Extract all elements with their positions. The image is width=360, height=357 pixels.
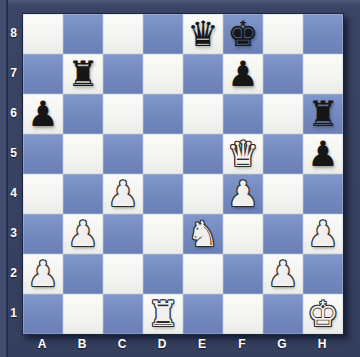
chess-app-window: 87654321 ♛♚♜♟♟♜♛♟♟♟♟♞♟♟♟♜♚ ABCDEFGH (0, 0, 360, 357)
square-b4[interactable] (63, 174, 103, 214)
file-label-d: D (142, 336, 182, 352)
square-e6[interactable] (183, 94, 223, 134)
square-h8[interactable] (303, 14, 343, 54)
square-b6[interactable] (63, 94, 103, 134)
square-a8[interactable] (23, 14, 63, 54)
file-label-e: E (182, 336, 222, 352)
rank-label-7: 7 (5, 53, 22, 93)
square-d3[interactable] (143, 214, 183, 254)
square-f7[interactable]: ♟ (223, 54, 263, 94)
square-c7[interactable] (103, 54, 143, 94)
square-g3[interactable] (263, 214, 303, 254)
square-d6[interactable] (143, 94, 183, 134)
square-h1[interactable]: ♚ (303, 294, 343, 334)
square-b8[interactable] (63, 14, 103, 54)
square-b1[interactable] (63, 294, 103, 334)
square-d5[interactable] (143, 134, 183, 174)
square-e2[interactable] (183, 254, 223, 294)
piece-black-pawn[interactable]: ♟ (27, 94, 58, 134)
square-d2[interactable] (143, 254, 183, 294)
square-f4[interactable]: ♟ (223, 174, 263, 214)
file-labels: ABCDEFGH (22, 336, 342, 352)
rank-label-3: 3 (5, 213, 22, 253)
square-g1[interactable] (263, 294, 303, 334)
chess-board: ♛♚♜♟♟♜♛♟♟♟♟♞♟♟♟♜♚ (22, 13, 344, 335)
piece-black-rook[interactable]: ♜ (67, 54, 98, 94)
square-h6[interactable]: ♜ (303, 94, 343, 134)
file-label-h: H (302, 336, 342, 352)
piece-white-knight[interactable]: ♞ (187, 214, 218, 254)
square-a2[interactable]: ♟ (23, 254, 63, 294)
rank-label-5: 5 (5, 133, 22, 173)
square-g8[interactable] (263, 14, 303, 54)
rank-labels: 87654321 (5, 13, 22, 333)
square-c6[interactable] (103, 94, 143, 134)
square-h7[interactable] (303, 54, 343, 94)
square-a3[interactable] (23, 214, 63, 254)
piece-black-king[interactable]: ♚ (227, 14, 258, 54)
square-e3[interactable]: ♞ (183, 214, 223, 254)
file-label-a: A (22, 336, 62, 352)
square-a5[interactable] (23, 134, 63, 174)
piece-white-pawn[interactable]: ♟ (267, 254, 298, 294)
square-c3[interactable] (103, 214, 143, 254)
piece-white-queen[interactable]: ♛ (227, 134, 258, 174)
square-g4[interactable] (263, 174, 303, 214)
square-f1[interactable] (223, 294, 263, 334)
piece-black-queen[interactable]: ♛ (187, 14, 218, 54)
square-c2[interactable] (103, 254, 143, 294)
square-d7[interactable] (143, 54, 183, 94)
file-label-f: F (222, 336, 262, 352)
piece-white-rook[interactable]: ♜ (147, 294, 178, 334)
rank-label-8: 8 (5, 13, 22, 53)
square-f8[interactable]: ♚ (223, 14, 263, 54)
square-h4[interactable] (303, 174, 343, 214)
square-h2[interactable] (303, 254, 343, 294)
square-a4[interactable] (23, 174, 63, 214)
square-e8[interactable]: ♛ (183, 14, 223, 54)
square-a6[interactable]: ♟ (23, 94, 63, 134)
square-e4[interactable] (183, 174, 223, 214)
piece-black-pawn[interactable]: ♟ (307, 134, 338, 174)
square-f2[interactable] (223, 254, 263, 294)
square-g5[interactable] (263, 134, 303, 174)
square-c1[interactable] (103, 294, 143, 334)
piece-white-king[interactable]: ♚ (307, 294, 338, 334)
rank-label-1: 1 (5, 293, 22, 333)
rank-label-2: 2 (5, 253, 22, 293)
file-label-c: C (102, 336, 142, 352)
piece-white-pawn[interactable]: ♟ (67, 214, 98, 254)
square-c5[interactable] (103, 134, 143, 174)
square-c4[interactable]: ♟ (103, 174, 143, 214)
square-g6[interactable] (263, 94, 303, 134)
square-a7[interactable] (23, 54, 63, 94)
rank-label-6: 6 (5, 93, 22, 133)
square-c8[interactable] (103, 14, 143, 54)
square-e5[interactable] (183, 134, 223, 174)
square-d8[interactable] (143, 14, 183, 54)
piece-black-pawn[interactable]: ♟ (227, 54, 258, 94)
piece-white-pawn[interactable]: ♟ (27, 254, 58, 294)
square-e1[interactable] (183, 294, 223, 334)
square-b7[interactable]: ♜ (63, 54, 103, 94)
piece-white-pawn[interactable]: ♟ (107, 174, 138, 214)
file-label-g: G (262, 336, 302, 352)
square-f3[interactable] (223, 214, 263, 254)
square-h3[interactable]: ♟ (303, 214, 343, 254)
square-b2[interactable] (63, 254, 103, 294)
file-label-b: B (62, 336, 102, 352)
square-f6[interactable] (223, 94, 263, 134)
piece-white-pawn[interactable]: ♟ (227, 174, 258, 214)
square-b3[interactable]: ♟ (63, 214, 103, 254)
square-h5[interactable]: ♟ (303, 134, 343, 174)
square-a1[interactable] (23, 294, 63, 334)
piece-white-pawn[interactable]: ♟ (307, 214, 338, 254)
rank-label-4: 4 (5, 173, 22, 213)
square-b5[interactable] (63, 134, 103, 174)
square-d4[interactable] (143, 174, 183, 214)
piece-black-rook[interactable]: ♜ (307, 94, 338, 134)
square-g7[interactable] (263, 54, 303, 94)
square-g2[interactable]: ♟ (263, 254, 303, 294)
square-e7[interactable] (183, 54, 223, 94)
square-d1[interactable]: ♜ (143, 294, 183, 334)
square-f5[interactable]: ♛ (223, 134, 263, 174)
